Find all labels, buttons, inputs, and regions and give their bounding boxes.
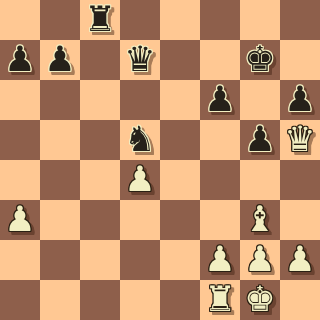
square-g3[interactable]: ♝ (240, 200, 280, 240)
black-pawn-piece[interactable]: ♟ (244, 122, 275, 157)
square-e5[interactable] (160, 120, 200, 160)
square-h5[interactable]: ♛ (280, 120, 320, 160)
black-rook-piece[interactable]: ♜ (84, 2, 115, 37)
chess-board: ♜♟♟♛♚♟♟♞♟♛♟♟♝♟♟♟♜♚ (0, 0, 320, 320)
square-d6[interactable] (120, 80, 160, 120)
square-h4[interactable] (280, 160, 320, 200)
square-b1[interactable] (40, 280, 80, 320)
white-king-piece[interactable]: ♚ (244, 282, 275, 317)
square-e1[interactable] (160, 280, 200, 320)
square-f5[interactable] (200, 120, 240, 160)
square-h7[interactable] (280, 40, 320, 80)
square-a1[interactable] (0, 280, 40, 320)
square-a4[interactable] (0, 160, 40, 200)
square-h6[interactable]: ♟ (280, 80, 320, 120)
white-queen-piece[interactable]: ♛ (284, 122, 315, 157)
white-pawn-piece[interactable]: ♟ (4, 202, 35, 237)
black-pawn-piece[interactable]: ♟ (44, 42, 75, 77)
square-g4[interactable] (240, 160, 280, 200)
square-a6[interactable] (0, 80, 40, 120)
square-c8[interactable]: ♜ (80, 0, 120, 40)
square-h8[interactable] (280, 0, 320, 40)
square-d5[interactable]: ♞ (120, 120, 160, 160)
square-d1[interactable] (120, 280, 160, 320)
square-f1[interactable]: ♜ (200, 280, 240, 320)
square-c2[interactable] (80, 240, 120, 280)
square-e8[interactable] (160, 0, 200, 40)
black-pawn-piece[interactable]: ♟ (284, 82, 315, 117)
white-pawn-piece[interactable]: ♟ (204, 242, 235, 277)
square-b3[interactable] (40, 200, 80, 240)
square-b5[interactable] (40, 120, 80, 160)
square-h3[interactable] (280, 200, 320, 240)
square-b7[interactable]: ♟ (40, 40, 80, 80)
square-b6[interactable] (40, 80, 80, 120)
square-h1[interactable] (280, 280, 320, 320)
square-d2[interactable] (120, 240, 160, 280)
square-f7[interactable] (200, 40, 240, 80)
square-c4[interactable] (80, 160, 120, 200)
square-b2[interactable] (40, 240, 80, 280)
square-e2[interactable] (160, 240, 200, 280)
square-a3[interactable]: ♟ (0, 200, 40, 240)
square-g5[interactable]: ♟ (240, 120, 280, 160)
square-d8[interactable] (120, 0, 160, 40)
square-f6[interactable]: ♟ (200, 80, 240, 120)
square-g8[interactable] (240, 0, 280, 40)
square-e3[interactable] (160, 200, 200, 240)
white-rook-piece[interactable]: ♜ (204, 282, 235, 317)
square-c7[interactable] (80, 40, 120, 80)
square-g2[interactable]: ♟ (240, 240, 280, 280)
square-f2[interactable]: ♟ (200, 240, 240, 280)
black-pawn-piece[interactable]: ♟ (204, 82, 235, 117)
black-pawn-piece[interactable]: ♟ (4, 42, 35, 77)
black-knight-piece[interactable]: ♞ (124, 122, 155, 157)
white-pawn-piece[interactable]: ♟ (244, 242, 275, 277)
square-g7[interactable]: ♚ (240, 40, 280, 80)
square-c6[interactable] (80, 80, 120, 120)
white-bishop-piece[interactable]: ♝ (244, 202, 275, 237)
square-g1[interactable]: ♚ (240, 280, 280, 320)
square-a7[interactable]: ♟ (0, 40, 40, 80)
square-a2[interactable] (0, 240, 40, 280)
square-c5[interactable] (80, 120, 120, 160)
white-pawn-piece[interactable]: ♟ (124, 162, 155, 197)
square-c1[interactable] (80, 280, 120, 320)
white-pawn-piece[interactable]: ♟ (284, 242, 315, 277)
black-queen-piece[interactable]: ♛ (124, 42, 155, 77)
square-d4[interactable]: ♟ (120, 160, 160, 200)
square-f3[interactable] (200, 200, 240, 240)
square-d3[interactable] (120, 200, 160, 240)
square-e7[interactable] (160, 40, 200, 80)
square-g6[interactable] (240, 80, 280, 120)
square-b4[interactable] (40, 160, 80, 200)
square-f4[interactable] (200, 160, 240, 200)
square-e4[interactable] (160, 160, 200, 200)
square-e6[interactable] (160, 80, 200, 120)
square-a8[interactable] (0, 0, 40, 40)
square-h2[interactable]: ♟ (280, 240, 320, 280)
square-c3[interactable] (80, 200, 120, 240)
square-d7[interactable]: ♛ (120, 40, 160, 80)
square-a5[interactable] (0, 120, 40, 160)
square-b8[interactable] (40, 0, 80, 40)
square-f8[interactable] (200, 0, 240, 40)
black-king-piece[interactable]: ♚ (244, 42, 275, 77)
